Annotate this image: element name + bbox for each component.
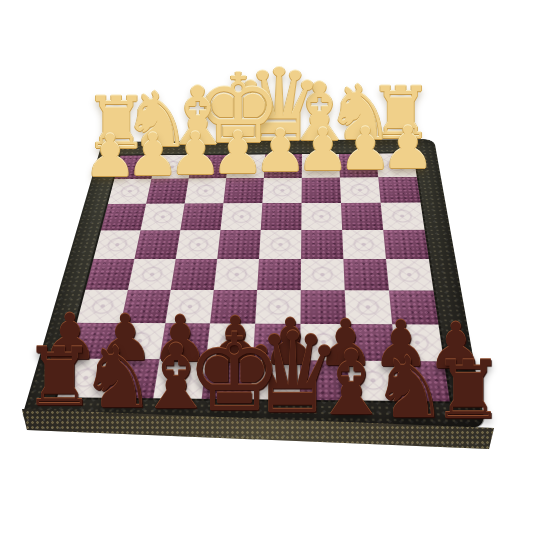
board-square: [348, 361, 400, 401]
board-square: [396, 361, 450, 401]
board-square: [189, 155, 229, 179]
board-square: [300, 360, 350, 400]
board-square: [185, 178, 227, 203]
board-square: [340, 177, 381, 203]
board-square: [85, 259, 134, 290]
board-square: [339, 154, 378, 178]
board-square: [301, 259, 345, 290]
board-square: [300, 324, 348, 361]
board-square: [101, 204, 146, 231]
board-square: [261, 203, 302, 230]
board-square: [114, 155, 156, 179]
board-square: [302, 154, 340, 178]
board-square: [180, 203, 223, 230]
board-square: [128, 259, 176, 290]
board-square: [378, 177, 420, 203]
board-square: [214, 259, 259, 290]
board-square: [264, 154, 302, 178]
board-square: [253, 324, 301, 361]
board-square: [151, 155, 192, 179]
board-square: [140, 203, 184, 230]
board-square: [343, 259, 389, 290]
board-square: [210, 290, 257, 324]
board-square: [206, 323, 255, 360]
board-square: [345, 290, 392, 324]
board-square: [255, 290, 301, 324]
board-square: [226, 154, 265, 178]
board-square: [134, 230, 180, 259]
board-square: [381, 202, 425, 229]
board-square: [165, 290, 213, 324]
board-square: [346, 324, 395, 361]
board-square: [220, 203, 262, 230]
board-square: [386, 259, 434, 291]
board-square: [383, 230, 429, 259]
board-square: [262, 178, 301, 203]
board-square: [300, 290, 346, 324]
board-square: [67, 323, 120, 359]
board-square: [171, 259, 218, 290]
board-square: [392, 324, 444, 361]
board-square: [257, 259, 301, 290]
board-square: [223, 178, 263, 203]
board-square: [153, 359, 206, 399]
board-square: [176, 230, 221, 259]
board-square: [77, 290, 128, 323]
board-square: [389, 290, 439, 324]
board-square: [160, 323, 211, 359]
board-square: [93, 230, 140, 259]
board-square: [202, 360, 253, 400]
board-square: [146, 178, 189, 203]
board-square: [259, 230, 301, 259]
product-photo-scene: ♜♞♝♛♚♝♞♜♟♟♟♟♟♟♟♟♟♟♟♟♟♟♟♟♜♞♝♛♚♝♞♜: [0, 0, 533, 533]
board-square: [217, 230, 261, 259]
board-square: [121, 290, 171, 323]
board-square: [301, 203, 342, 230]
board-square: [113, 323, 165, 359]
board-square: [108, 179, 152, 204]
board-square: [251, 360, 301, 400]
board-square: [302, 178, 341, 203]
board-square: [57, 358, 113, 397]
board-square: [341, 203, 383, 230]
board-square: [105, 359, 159, 398]
board-square: [342, 230, 386, 259]
board-grid: [57, 153, 450, 401]
chess-board: [20, 139, 486, 428]
board-square: [376, 153, 417, 177]
piece-white-rook: ♜: [368, 77, 433, 149]
board-square: [301, 230, 343, 259]
